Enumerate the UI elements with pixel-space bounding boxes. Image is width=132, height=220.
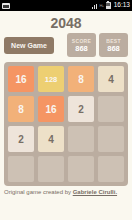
notification-icon bbox=[2, 3, 10, 9]
credit-prefix: Original game created by bbox=[4, 189, 73, 195]
board-grid[interactable]: 1612884816224 bbox=[4, 62, 128, 186]
empty-cell bbox=[38, 156, 64, 182]
empty-cell bbox=[98, 96, 124, 122]
tile-8: 8 bbox=[8, 96, 34, 122]
score-box: SCORE 868 bbox=[67, 33, 96, 57]
empty-cell bbox=[98, 156, 124, 182]
game-title: 2048 bbox=[0, 11, 132, 33]
empty-cell bbox=[8, 156, 34, 182]
battery-icon bbox=[106, 2, 111, 9]
tile-4: 4 bbox=[98, 66, 124, 92]
score-panel: SCORE 868 BEST 868 bbox=[67, 33, 128, 57]
network-type-icon: H+ bbox=[99, 4, 103, 8]
tile-2: 2 bbox=[68, 96, 94, 122]
signal-bars-icon bbox=[92, 3, 98, 9]
empty-cell bbox=[68, 126, 94, 152]
tile-2: 2 bbox=[8, 126, 34, 152]
tile-128: 128 bbox=[38, 66, 64, 92]
tile-16: 16 bbox=[8, 66, 34, 92]
tile-8: 8 bbox=[68, 66, 94, 92]
best-box: BEST 868 bbox=[99, 33, 128, 57]
empty-cell bbox=[98, 126, 124, 152]
status-time: 16:13 bbox=[114, 2, 130, 9]
score-value: 868 bbox=[75, 44, 88, 53]
new-game-button[interactable]: New Game bbox=[4, 37, 54, 54]
credit-link[interactable]: Gabriele Cirulli. bbox=[73, 189, 117, 195]
header-controls: New Game SCORE 868 BEST 868 bbox=[4, 33, 128, 57]
tile-16: 16 bbox=[38, 96, 64, 122]
credit-text: Original game created by Gabriele Cirull… bbox=[4, 189, 128, 195]
empty-cell bbox=[68, 156, 94, 182]
tile-4: 4 bbox=[38, 126, 64, 152]
status-bar: H+ 16:13 bbox=[0, 0, 132, 11]
best-value: 868 bbox=[107, 44, 120, 53]
app-screen: H+ 16:13 2048 New Game SCORE 868 BEST 86… bbox=[0, 0, 132, 220]
